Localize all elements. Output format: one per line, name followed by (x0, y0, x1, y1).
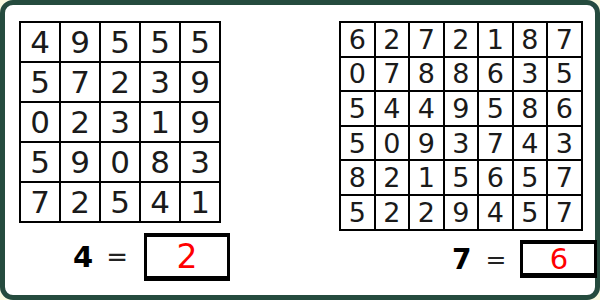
grid-cell: 5 (547, 57, 582, 92)
grid-cell: 2 (375, 195, 410, 230)
grid-cell: 1 (409, 160, 444, 195)
grid-cell: 2 (100, 62, 140, 102)
grid-cell: 5 (478, 91, 513, 126)
grid-cell: 5 (100, 182, 140, 222)
grid-cell: 5 (20, 142, 60, 182)
grid-cell: 9 (60, 142, 100, 182)
grid-cell: 2 (375, 160, 410, 195)
grid-cell: 7 (547, 160, 582, 195)
grid-cell: 5 (340, 195, 375, 230)
grid-cell: 1 (180, 182, 220, 222)
grid-cell: 6 (547, 91, 582, 126)
grid-cell: 4 (20, 22, 60, 62)
grid-cell: 2 (444, 22, 479, 57)
query-digit-right: 7 (452, 243, 471, 276)
grid-cell: 8 (513, 22, 548, 57)
grid-cell: 4 (513, 126, 548, 161)
grid-cell: 2 (375, 22, 410, 57)
grid-cell: 2 (409, 195, 444, 230)
grid-cell: 0 (375, 126, 410, 161)
grid-cell: 7 (375, 57, 410, 92)
answer-value-left: 2 (176, 237, 197, 276)
grid-cell: 6 (340, 22, 375, 57)
grid-cell: 7 (60, 62, 100, 102)
grid-cell: 8 (140, 142, 180, 182)
equals-sign-left: = (106, 242, 128, 272)
grid-cell: 8 (513, 91, 548, 126)
grid-cell: 5 (444, 160, 479, 195)
answer-box-left[interactable]: 2 (144, 233, 230, 281)
grid-cell: 9 (180, 62, 220, 102)
answer-value-right: 6 (550, 242, 568, 276)
grid-cell: 9 (180, 102, 220, 142)
grid-cell: 6 (478, 160, 513, 195)
grid-cell: 0 (340, 57, 375, 92)
grid-cell: 4 (375, 91, 410, 126)
grid-cell: 7 (547, 22, 582, 57)
grid-cell: 5 (100, 22, 140, 62)
grid-cell: 0 (100, 142, 140, 182)
grid-cell: 3 (180, 142, 220, 182)
grid-cell: 3 (140, 62, 180, 102)
grid-cell: 9 (444, 91, 479, 126)
grid-cell: 5 (513, 195, 548, 230)
grid-cell: 5 (180, 22, 220, 62)
grid-cell: 1 (140, 102, 180, 142)
grid-cell: 3 (100, 102, 140, 142)
grid-cell: 1 (478, 22, 513, 57)
grid-cell: 2 (60, 102, 100, 142)
grid-cell: 8 (409, 57, 444, 92)
grid-cell: 5 (340, 91, 375, 126)
grid-cell: 9 (409, 126, 444, 161)
answer-box-right[interactable]: 6 (520, 240, 597, 278)
grid-cell: 8 (340, 160, 375, 195)
grid-cell: 0 (20, 102, 60, 142)
grid-cell: 7 (547, 195, 582, 230)
grid-cell: 3 (444, 126, 479, 161)
grid-cell: 9 (60, 22, 100, 62)
query-digit-left: 4 (73, 240, 93, 274)
equals-sign-right: = (485, 245, 506, 274)
grid-cell: 4 (140, 182, 180, 222)
query-right: 7 = 6 (452, 240, 597, 278)
grid-cell: 3 (547, 126, 582, 161)
grid-cell: 5 (140, 22, 180, 62)
grid-cell: 7 (409, 22, 444, 57)
digit-grid-left: 4955557239023195908372541 (19, 21, 221, 223)
grid-cell: 5 (340, 126, 375, 161)
grid-cell: 8 (444, 57, 479, 92)
digit-grid-right: 6272187078863554495865093743821565752294… (339, 21, 583, 231)
grid-cell: 2 (60, 182, 100, 222)
grid-cell: 4 (478, 195, 513, 230)
grid-cell: 4 (409, 91, 444, 126)
puzzle-canvas: 4955557239023195908372541 62721870788635… (0, 0, 600, 300)
grid-cell: 5 (513, 160, 548, 195)
grid-cell: 7 (20, 182, 60, 222)
grid-cell: 3 (513, 57, 548, 92)
grid-cell: 6 (478, 57, 513, 92)
query-left: 4 = 2 (73, 233, 230, 281)
grid-cell: 5 (20, 62, 60, 102)
grid-cell: 9 (444, 195, 479, 230)
grid-cell: 7 (478, 126, 513, 161)
